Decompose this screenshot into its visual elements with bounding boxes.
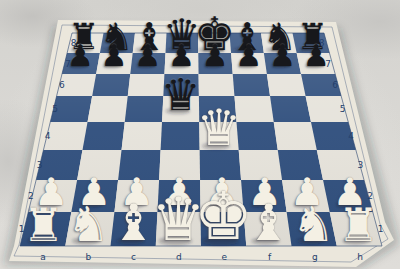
piece-black-pawn-e7[interactable]: ♟ [202,41,229,71]
file-label-c: c [131,252,136,262]
piece-black-pawn-a7[interactable]: ♟ [67,41,94,71]
rank-label-left-3: 3 [37,160,43,170]
chess-set-photo: abcdefgh1122334455667788 ♜♞♝♛♚♝♞♜♟♟♟♟♟♟♟… [0,0,400,269]
rank-label-left-5: 5 [52,104,58,114]
piece-white-queen-e4[interactable]: ♛ [197,103,242,153]
piece-black-pawn-c7[interactable]: ♟ [134,41,161,71]
rank-label-right-3: 3 [358,160,364,170]
piece-white-bishop-c1[interactable]: ♝ [111,198,156,248]
piece-black-pawn-f7[interactable]: ♟ [236,41,263,71]
piece-black-pawn-h7[interactable]: ♟ [303,41,330,71]
piece-white-knight-b1[interactable]: ♞ [67,200,110,248]
piece-white-knight-g1[interactable]: ♞ [292,200,335,248]
piece-black-pawn-d7[interactable]: ♟ [168,41,195,71]
piece-black-queen-d5[interactable]: ♛ [161,73,200,117]
piece-black-pawn-b7[interactable]: ♟ [101,41,128,71]
piece-black-pawn-g7[interactable]: ♟ [269,41,296,71]
rank-label-right-6: 6 [332,80,338,90]
file-label-a: a [40,252,46,262]
piece-white-bishop-f1[interactable]: ♝ [246,198,291,248]
piece-white-king-e1[interactable]: ♚ [194,184,253,250]
piece-white-rook-h1[interactable]: ♜ [338,202,379,248]
piece-white-rook-a1[interactable]: ♜ [23,202,64,248]
rank-label-left-6: 6 [59,80,65,90]
rank-label-right-5: 5 [340,104,346,114]
file-label-h: h [357,252,363,262]
file-label-b: b [85,252,91,262]
rank-label-left-4: 4 [45,131,51,141]
file-label-g: g [312,252,318,262]
rank-label-right-4: 4 [348,131,354,141]
